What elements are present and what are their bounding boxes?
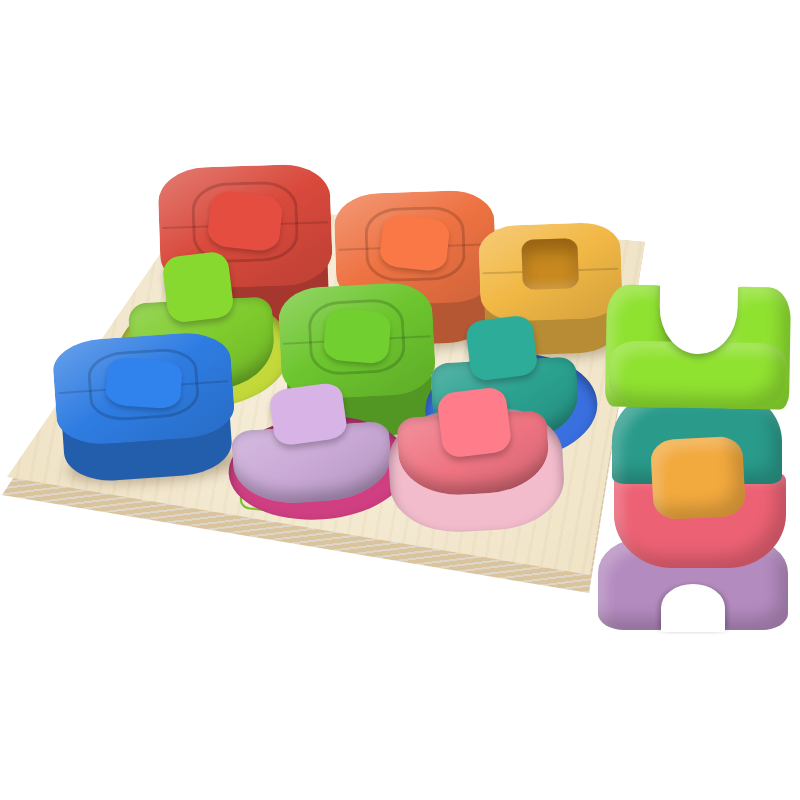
inner-center-piece (104, 357, 182, 410)
inner-center-piece (206, 189, 284, 252)
tower-piece-green-u (605, 284, 791, 409)
mini-square-piece (268, 381, 348, 447)
arch-notch (661, 584, 726, 632)
inner-center-piece (322, 307, 391, 364)
mini-square-piece (162, 250, 235, 323)
tower-piece-orange-square (650, 436, 746, 521)
inner-center-piece (379, 213, 451, 271)
block-blue (51, 330, 238, 484)
mini-square-piece (465, 314, 538, 382)
cell-pink-boat (393, 376, 554, 514)
cell-lavender-boat (226, 380, 396, 511)
cell-blue-nested (51, 330, 238, 484)
block-top-face (51, 330, 236, 447)
block-top-face (478, 222, 623, 323)
stacked-tower (596, 286, 796, 636)
center-hole (521, 238, 580, 290)
mini-square-piece (436, 386, 513, 459)
toy-product-photo: masterkidz (0, 0, 800, 800)
